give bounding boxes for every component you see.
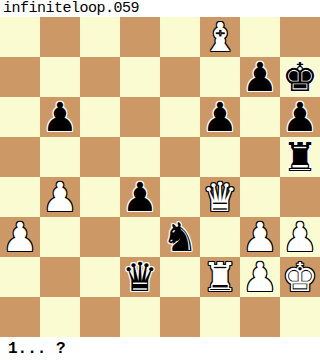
square-f4[interactable]: ♛ <box>200 177 240 217</box>
square-d1[interactable] <box>120 297 160 337</box>
piece-white-rook: ♜ <box>202 257 238 297</box>
piece-white-pawn: ♟ <box>282 217 318 257</box>
square-b6[interactable]: ♟ <box>40 97 80 137</box>
piece-white-pawn: ♟ <box>42 177 78 217</box>
piece-white-pawn: ♟ <box>2 217 38 257</box>
piece-white-queen: ♛ <box>202 177 238 217</box>
square-f1[interactable] <box>200 297 240 337</box>
square-h1[interactable] <box>280 297 320 337</box>
square-a4[interactable] <box>0 177 40 217</box>
square-b8[interactable] <box>40 17 80 57</box>
square-c3[interactable] <box>80 217 120 257</box>
piece-black-king: ♚ <box>282 57 318 97</box>
square-g8[interactable] <box>240 17 280 57</box>
piece-black-pawn: ♟ <box>242 57 278 97</box>
piece-black-knight: ♞ <box>162 217 198 257</box>
square-b1[interactable] <box>40 297 80 337</box>
square-f2[interactable]: ♜ <box>200 257 240 297</box>
square-a6[interactable] <box>0 97 40 137</box>
square-g2[interactable]: ♟ <box>240 257 280 297</box>
square-b2[interactable] <box>40 257 80 297</box>
piece-white-king: ♚ <box>282 257 318 297</box>
square-f7[interactable] <box>200 57 240 97</box>
square-h5[interactable]: ♜ <box>280 137 320 177</box>
square-b5[interactable] <box>40 137 80 177</box>
square-g1[interactable] <box>240 297 280 337</box>
piece-white-pawn: ♟ <box>242 257 278 297</box>
square-a7[interactable] <box>0 57 40 97</box>
square-e8[interactable] <box>160 17 200 57</box>
square-c1[interactable] <box>80 297 120 337</box>
square-d6[interactable] <box>120 97 160 137</box>
square-a8[interactable] <box>0 17 40 57</box>
square-h8[interactable] <box>280 17 320 57</box>
square-a2[interactable] <box>0 257 40 297</box>
piece-black-pawn: ♟ <box>42 97 78 137</box>
square-c5[interactable] <box>80 137 120 177</box>
square-h3[interactable]: ♟ <box>280 217 320 257</box>
piece-black-pawn: ♟ <box>282 97 318 137</box>
square-c8[interactable] <box>80 17 120 57</box>
square-d5[interactable] <box>120 137 160 177</box>
move-prompt: 1... ? <box>0 337 320 360</box>
puzzle-app-window: infiniteloop.059 ♝♟♚♟♟♟♜♟♟♛♟♞♟♟♛♜♟♚ 1...… <box>0 0 320 360</box>
piece-white-bishop: ♝ <box>202 17 238 57</box>
square-c2[interactable] <box>80 257 120 297</box>
square-d7[interactable] <box>120 57 160 97</box>
square-g3[interactable]: ♟ <box>240 217 280 257</box>
square-e2[interactable] <box>160 257 200 297</box>
square-a3[interactable]: ♟ <box>0 217 40 257</box>
square-c7[interactable] <box>80 57 120 97</box>
square-b7[interactable] <box>40 57 80 97</box>
square-f6[interactable]: ♟ <box>200 97 240 137</box>
square-c6[interactable] <box>80 97 120 137</box>
square-e5[interactable] <box>160 137 200 177</box>
square-g7[interactable]: ♟ <box>240 57 280 97</box>
square-c4[interactable] <box>80 177 120 217</box>
square-h4[interactable] <box>280 177 320 217</box>
square-e4[interactable] <box>160 177 200 217</box>
square-h2[interactable]: ♚ <box>280 257 320 297</box>
puzzle-title: infiniteloop.059 <box>0 0 320 17</box>
square-b3[interactable] <box>40 217 80 257</box>
square-e7[interactable] <box>160 57 200 97</box>
square-d3[interactable] <box>120 217 160 257</box>
piece-black-rook: ♜ <box>282 137 318 177</box>
square-h6[interactable]: ♟ <box>280 97 320 137</box>
square-d2[interactable]: ♛ <box>120 257 160 297</box>
piece-black-pawn: ♟ <box>202 97 238 137</box>
square-g5[interactable] <box>240 137 280 177</box>
square-g6[interactable] <box>240 97 280 137</box>
square-d4[interactable]: ♟ <box>120 177 160 217</box>
piece-black-pawn: ♟ <box>122 177 158 217</box>
square-g4[interactable] <box>240 177 280 217</box>
square-a1[interactable] <box>0 297 40 337</box>
square-e1[interactable] <box>160 297 200 337</box>
square-e6[interactable] <box>160 97 200 137</box>
piece-black-queen: ♛ <box>122 257 158 297</box>
square-h7[interactable]: ♚ <box>280 57 320 97</box>
square-a5[interactable] <box>0 137 40 177</box>
square-f3[interactable] <box>200 217 240 257</box>
square-b4[interactable]: ♟ <box>40 177 80 217</box>
square-f8[interactable]: ♝ <box>200 17 240 57</box>
chess-board: ♝♟♚♟♟♟♜♟♟♛♟♞♟♟♛♜♟♚ <box>0 17 320 337</box>
piece-white-pawn: ♟ <box>242 217 278 257</box>
square-d8[interactable] <box>120 17 160 57</box>
square-e3[interactable]: ♞ <box>160 217 200 257</box>
square-f5[interactable] <box>200 137 240 177</box>
